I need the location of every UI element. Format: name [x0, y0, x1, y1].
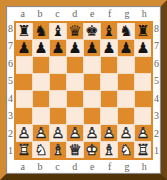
- piece-outline: ♗: [50, 142, 66, 158]
- square-c2[interactable]: ♟♙: [50, 125, 66, 141]
- square-f6[interactable]: [101, 57, 117, 73]
- piece-white-queen[interactable]: ♛♕: [67, 142, 83, 158]
- board-frame: abcdefgh 87654321 ♜♞♝♛♚♝♞♜♟♟♟♟♟♟♟♟♟♙♟♙♟♙…: [0, 0, 167, 180]
- piece-glyph: ♟: [33, 40, 49, 56]
- piece-black-rook[interactable]: ♜: [135, 23, 151, 39]
- file-label-h: h: [136, 7, 153, 20]
- square-a6[interactable]: [16, 57, 32, 73]
- square-b8[interactable]: ♞: [33, 23, 49, 39]
- piece-glyph: ♟: [118, 40, 134, 56]
- piece-black-rook[interactable]: ♜: [16, 23, 32, 39]
- piece-white-knight[interactable]: ♞♘: [118, 142, 134, 158]
- piece-white-pawn[interactable]: ♟♙: [67, 125, 83, 141]
- square-b7[interactable]: ♟: [33, 40, 49, 56]
- piece-white-rook[interactable]: ♜♖: [135, 142, 151, 158]
- square-c6[interactable]: [50, 57, 66, 73]
- square-d3[interactable]: [67, 108, 83, 124]
- square-e2[interactable]: ♟♙: [84, 125, 100, 141]
- piece-glyph: ♟: [135, 40, 151, 56]
- square-f3[interactable]: [101, 108, 117, 124]
- piece-outline: ♙: [101, 125, 117, 141]
- file-label-f: f: [101, 160, 118, 173]
- rank-label-3: 3: [7, 108, 14, 126]
- square-d1[interactable]: ♛♕: [67, 142, 83, 158]
- piece-glyph: ♟: [67, 40, 83, 56]
- square-a4[interactable]: [16, 91, 32, 107]
- square-f7[interactable]: ♟: [101, 40, 117, 56]
- piece-black-pawn[interactable]: ♟: [101, 40, 117, 56]
- piece-glyph: ♟: [101, 40, 117, 56]
- square-g8[interactable]: ♞: [118, 23, 134, 39]
- rank-label-1: 1: [7, 143, 14, 161]
- piece-black-bishop[interactable]: ♝: [50, 23, 66, 39]
- piece-outline: ♗: [101, 142, 117, 158]
- square-a5[interactable]: [16, 74, 32, 90]
- piece-outline: ♙: [84, 125, 100, 141]
- square-d6[interactable]: [67, 57, 83, 73]
- piece-glyph: ♟: [16, 40, 32, 56]
- piece-outline: ♘: [118, 142, 134, 158]
- file-labels-bottom: abcdefgh: [14, 160, 153, 173]
- file-label-a: a: [14, 7, 31, 20]
- rank-label-7: 7: [7, 38, 14, 56]
- rank-label-5: 5: [7, 73, 14, 91]
- piece-glyph: ♟: [84, 40, 100, 56]
- square-d5[interactable]: [67, 74, 83, 90]
- square-e5[interactable]: [84, 74, 100, 90]
- piece-white-pawn[interactable]: ♟♙: [16, 125, 32, 141]
- piece-outline: ♙: [16, 125, 32, 141]
- square-e1[interactable]: ♚♔: [84, 142, 100, 158]
- piece-black-bishop[interactable]: ♝: [101, 23, 117, 39]
- piece-white-pawn[interactable]: ♟♙: [50, 125, 66, 141]
- piece-outline: ♙: [118, 125, 134, 141]
- piece-black-pawn[interactable]: ♟: [16, 40, 32, 56]
- piece-white-rook[interactable]: ♜♖: [16, 142, 32, 158]
- piece-glyph: ♚: [84, 23, 100, 39]
- piece-white-bishop[interactable]: ♝♗: [101, 142, 117, 158]
- piece-outline: ♖: [135, 142, 151, 158]
- square-a7[interactable]: ♟: [16, 40, 32, 56]
- piece-white-knight[interactable]: ♞♘: [33, 142, 49, 158]
- square-h7[interactable]: ♟: [135, 40, 151, 56]
- rank-label-4: 4: [153, 90, 160, 108]
- piece-black-pawn[interactable]: ♟: [84, 40, 100, 56]
- piece-white-pawn[interactable]: ♟♙: [33, 125, 49, 141]
- square-g6[interactable]: [118, 57, 134, 73]
- square-h6[interactable]: [135, 57, 151, 73]
- rank-label-8: 8: [7, 20, 14, 38]
- square-d4[interactable]: [67, 91, 83, 107]
- file-label-g: g: [118, 160, 135, 173]
- rank-label-3: 3: [153, 108, 160, 126]
- rank-label-2: 2: [153, 125, 160, 143]
- piece-white-bishop[interactable]: ♝♗: [50, 142, 66, 158]
- piece-white-king[interactable]: ♚♔: [84, 142, 100, 158]
- piece-white-pawn[interactable]: ♟♙: [118, 125, 134, 141]
- square-h8[interactable]: ♜: [135, 23, 151, 39]
- piece-black-knight[interactable]: ♞: [118, 23, 134, 39]
- rank-label-4: 4: [7, 90, 14, 108]
- square-b2[interactable]: ♟♙: [33, 125, 49, 141]
- square-e7[interactable]: ♟: [84, 40, 100, 56]
- square-h4[interactable]: [135, 91, 151, 107]
- square-e8[interactable]: ♚: [84, 23, 100, 39]
- piece-outline: ♔: [84, 142, 100, 158]
- square-c3[interactable]: [50, 108, 66, 124]
- board-margin: abcdefgh 87654321 ♜♞♝♛♚♝♞♜♟♟♟♟♟♟♟♟♟♙♟♙♟♙…: [6, 6, 161, 174]
- file-label-b: b: [31, 160, 48, 173]
- square-a3[interactable]: [16, 108, 32, 124]
- square-b1[interactable]: ♞♘: [33, 142, 49, 158]
- square-c1[interactable]: ♝♗: [50, 142, 66, 158]
- square-e3[interactable]: [84, 108, 100, 124]
- chessboard-widget: abcdefgh 87654321 ♜♞♝♛♚♝♞♜♟♟♟♟♟♟♟♟♟♙♟♙♟♙…: [0, 0, 167, 180]
- piece-glyph: ♟: [50, 40, 66, 56]
- piece-glyph: ♝: [101, 23, 117, 39]
- rank-labels-right: 87654321: [153, 20, 160, 160]
- square-c4[interactable]: [50, 91, 66, 107]
- piece-glyph: ♝: [50, 23, 66, 39]
- piece-white-pawn[interactable]: ♟♙: [101, 125, 117, 141]
- square-b5[interactable]: [33, 74, 49, 90]
- piece-glyph: ♜: [16, 23, 32, 39]
- square-g1[interactable]: ♞♘: [118, 142, 134, 158]
- file-label-e: e: [84, 7, 101, 20]
- square-g3[interactable]: [118, 108, 134, 124]
- square-e4[interactable]: [84, 91, 100, 107]
- file-label-g: g: [118, 7, 135, 20]
- file-label-c: c: [49, 160, 66, 173]
- piece-outline: ♙: [67, 125, 83, 141]
- square-g7[interactable]: ♟: [118, 40, 134, 56]
- file-label-e: e: [84, 160, 101, 173]
- square-g2[interactable]: ♟♙: [118, 125, 134, 141]
- rank-label-1: 1: [153, 143, 160, 161]
- piece-black-knight[interactable]: ♞: [33, 23, 49, 39]
- piece-outline: ♙: [33, 125, 49, 141]
- piece-glyph: ♜: [135, 23, 151, 39]
- square-c7[interactable]: ♟: [50, 40, 66, 56]
- square-a1[interactable]: ♜♖: [16, 142, 32, 158]
- piece-outline: ♕: [67, 142, 83, 158]
- rank-label-8: 8: [153, 20, 160, 38]
- square-g4[interactable]: [118, 91, 134, 107]
- square-b3[interactable]: [33, 108, 49, 124]
- square-d7[interactable]: ♟: [67, 40, 83, 56]
- piece-black-pawn[interactable]: ♟: [135, 40, 151, 56]
- square-h2[interactable]: ♟♙: [135, 125, 151, 141]
- piece-black-pawn[interactable]: ♟: [118, 40, 134, 56]
- file-label-h: h: [136, 160, 153, 173]
- file-label-d: d: [66, 7, 83, 20]
- chess-board: ♜♞♝♛♚♝♞♜♟♟♟♟♟♟♟♟♟♙♟♙♟♙♟♙♟♙♟♙♟♙♟♙♜♖♞♘♝♗♛♕…: [14, 21, 153, 160]
- rank-label-5: 5: [153, 73, 160, 91]
- square-b6[interactable]: [33, 57, 49, 73]
- file-label-d: d: [66, 160, 83, 173]
- square-h3[interactable]: [135, 108, 151, 124]
- rank-labels-left: 87654321: [7, 20, 14, 160]
- square-c8[interactable]: ♝: [50, 23, 66, 39]
- square-h1[interactable]: ♜♖: [135, 142, 151, 158]
- piece-glyph: ♞: [33, 23, 49, 39]
- square-f4[interactable]: [101, 91, 117, 107]
- piece-outline: ♘: [33, 142, 49, 158]
- piece-black-pawn[interactable]: ♟: [67, 40, 83, 56]
- piece-outline: ♖: [16, 142, 32, 158]
- square-c5[interactable]: [50, 74, 66, 90]
- square-d8[interactable]: ♛: [67, 23, 83, 39]
- file-label-f: f: [101, 7, 118, 20]
- piece-black-pawn[interactable]: ♟: [33, 40, 49, 56]
- square-f5[interactable]: [101, 74, 117, 90]
- square-h5[interactable]: [135, 74, 151, 90]
- piece-black-queen[interactable]: ♛: [67, 23, 83, 39]
- square-b4[interactable]: [33, 91, 49, 107]
- piece-black-king[interactable]: ♚: [84, 23, 100, 39]
- rank-label-6: 6: [7, 55, 14, 73]
- piece-outline: ♙: [135, 125, 151, 141]
- file-label-a: a: [14, 160, 31, 173]
- piece-white-pawn[interactable]: ♟♙: [135, 125, 151, 141]
- piece-outline: ♙: [50, 125, 66, 141]
- square-a2[interactable]: ♟♙: [16, 125, 32, 141]
- square-d2[interactable]: ♟♙: [67, 125, 83, 141]
- square-g5[interactable]: [118, 74, 134, 90]
- file-label-b: b: [31, 7, 48, 20]
- square-f2[interactable]: ♟♙: [101, 125, 117, 141]
- square-a8[interactable]: ♜: [16, 23, 32, 39]
- file-label-c: c: [49, 7, 66, 20]
- file-labels-top: abcdefgh: [14, 7, 153, 20]
- rank-label-7: 7: [153, 38, 160, 56]
- piece-white-pawn[interactable]: ♟♙: [84, 125, 100, 141]
- rank-label-2: 2: [7, 125, 14, 143]
- rank-label-6: 6: [153, 55, 160, 73]
- piece-glyph: ♞: [118, 23, 134, 39]
- square-e6[interactable]: [84, 57, 100, 73]
- piece-black-pawn[interactable]: ♟: [50, 40, 66, 56]
- piece-glyph: ♛: [67, 23, 83, 39]
- square-f1[interactable]: ♝♗: [101, 142, 117, 158]
- square-f8[interactable]: ♝: [101, 23, 117, 39]
